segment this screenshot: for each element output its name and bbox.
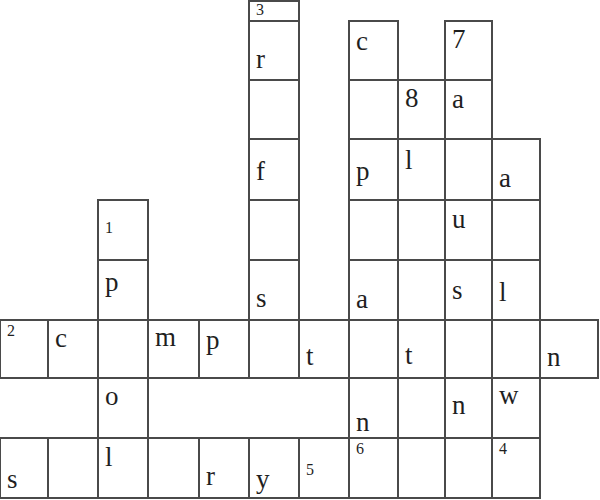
grid-cell[interactable] [444,437,493,499]
grid-cell[interactable]: p [198,319,250,379]
grid-cell[interactable]: l [491,259,541,321]
grid-cell[interactable]: 6 [348,437,399,499]
cell-letter: n [452,392,466,419]
cell-letter: l [499,279,507,306]
cell-letter: a [499,165,511,192]
grid-cell[interactable]: t [298,319,350,379]
cell-number: 5 [306,461,314,477]
grid-cell[interactable] [444,138,493,201]
grid-cell[interactable] [397,259,446,321]
grid-cell[interactable]: r [248,20,300,81]
grid-cell[interactable]: n [444,377,493,439]
grid-cell[interactable] [248,319,300,379]
grid-cell[interactable]: t [397,319,446,379]
cell-number: 3 [256,2,264,18]
grid-cell[interactable]: l [397,138,446,201]
cell-letter: 8 [405,85,419,112]
grid-cell[interactable]: f [248,138,300,201]
cell-letter: l [405,147,413,174]
cell-letter: r [206,463,215,490]
grid-cell[interactable] [348,79,399,140]
grid-cell[interactable]: n [539,319,599,379]
grid-cell[interactable]: 3 [248,0,300,22]
grid-cell[interactable]: s [248,259,300,321]
grid-cell[interactable]: w [491,377,541,439]
cell-letter: s [452,277,463,304]
cell-letter: p [105,269,119,296]
cell-letter: m [155,324,176,351]
grid-cell[interactable]: c [47,319,99,379]
cell-number: 4 [499,441,507,457]
grid-cell[interactable]: p [348,138,399,201]
grid-cell[interactable] [348,319,399,379]
cell-number: 6 [356,441,364,457]
cell-letter: n [356,408,370,435]
grid-cell[interactable]: y [248,437,300,499]
grid-cell[interactable]: 8 [397,79,446,140]
cell-letter: t [306,343,314,370]
grid-cell[interactable]: a [491,138,541,201]
grid-cell[interactable]: n [348,377,399,439]
cell-letter: s [256,285,267,312]
grid-cell[interactable] [248,199,300,261]
grid-cell[interactable]: l [97,437,149,499]
cell-letter: a [356,286,368,313]
grid-cell[interactable] [491,319,541,379]
grid-cell[interactable] [248,79,300,140]
grid-cell[interactable] [147,437,200,499]
cell-letter: p [356,158,370,185]
grid-cell[interactable]: c [348,20,399,81]
grid-cell[interactable]: u [444,199,493,261]
grid-cell[interactable] [348,199,399,261]
grid-cell[interactable]: 4 [491,437,541,499]
crossword-grid: 3rc78afpla1upsasl2cmpttnonnwslry564 [0,0,600,500]
cell-letter: f [256,158,265,185]
cell-letter: c [55,325,67,352]
grid-cell[interactable]: s [444,259,493,321]
cell-letter: t [405,342,413,369]
cell-number: 1 [105,219,113,235]
cell-letter: c [356,28,368,55]
grid-cell[interactable]: r [198,437,250,499]
grid-cell[interactable]: a [444,79,493,140]
grid-cell[interactable]: p [97,259,149,321]
cell-letter: p [206,327,220,354]
grid-cell[interactable] [397,377,446,439]
grid-cell[interactable]: o [97,377,149,439]
grid-cell[interactable] [397,199,446,261]
grid-cell[interactable]: 7 [444,20,493,81]
cell-letter: w [499,382,519,409]
grid-cell[interactable]: 2 [0,319,49,379]
grid-cell[interactable]: a [348,259,399,321]
cell-letter: l [105,444,113,471]
grid-cell[interactable] [47,437,99,499]
grid-cell[interactable]: 5 [298,437,350,499]
cell-letter: u [452,206,466,233]
grid-cell[interactable] [97,319,149,379]
cell-letter: o [105,383,119,410]
cell-letter: 7 [452,26,466,53]
cell-letter: r [256,46,265,73]
cell-number: 2 [7,322,15,338]
cell-letter: a [452,86,464,113]
grid-cell[interactable] [444,319,493,379]
cell-letter: n [547,344,561,371]
grid-cell[interactable]: s [0,437,49,499]
grid-cell[interactable]: 1 [97,199,149,261]
grid-cell[interactable]: m [147,319,200,379]
cell-letter: s [7,466,18,493]
cell-letter: y [256,466,270,493]
grid-cell[interactable] [397,437,446,499]
grid-cell[interactable] [491,199,541,261]
